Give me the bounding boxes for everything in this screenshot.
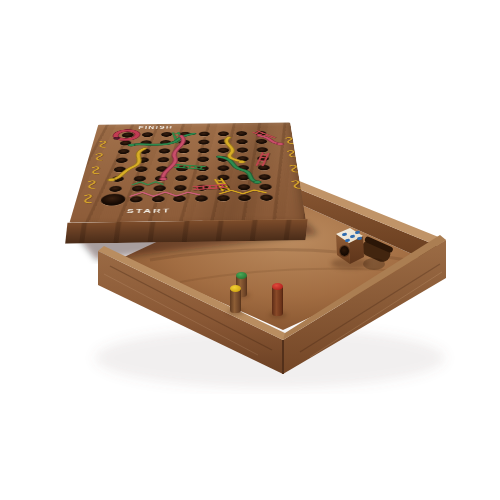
start-label: START: [126, 208, 171, 214]
snake-head: [108, 178, 116, 181]
ladder-part: [216, 185, 217, 188]
ladder: [253, 131, 275, 140]
finish-label: FINISH: [138, 125, 173, 129]
lid-front-edge: [65, 219, 308, 243]
snake-head: [277, 143, 284, 145]
edge-decoration: [91, 167, 100, 174]
snake-head: [238, 161, 245, 164]
snake-head: [159, 178, 167, 181]
snake-body: [259, 135, 280, 144]
lid-perspective-wrapper: FINISH START: [0, 0, 500, 500]
edge-decoration: [95, 154, 104, 161]
board-surface: FINISH START: [69, 122, 305, 222]
snake-head: [128, 144, 135, 146]
finish-ring-snake-head: [113, 137, 119, 139]
ladder-part: [203, 186, 204, 189]
product-photo-scene: FINISH START: [0, 0, 500, 500]
ladder-part: [201, 166, 202, 169]
edge-decoration: [83, 195, 93, 203]
snake-outline: [226, 137, 241, 162]
edge-decoration: [98, 141, 107, 147]
game-board-lid: FINISH START: [69, 122, 305, 222]
snakes-ladders-art: [69, 122, 305, 222]
ladder-part: [209, 186, 210, 189]
ladder-part: [255, 132, 259, 134]
ladder: [256, 153, 271, 167]
edge-decoration: [87, 181, 96, 188]
ladder-part: [197, 186, 198, 189]
ladder-part: [260, 133, 264, 135]
ladder-part: [222, 185, 223, 188]
snake-head: [253, 181, 261, 184]
ladder: [175, 164, 206, 170]
ladder-part: [195, 166, 196, 169]
